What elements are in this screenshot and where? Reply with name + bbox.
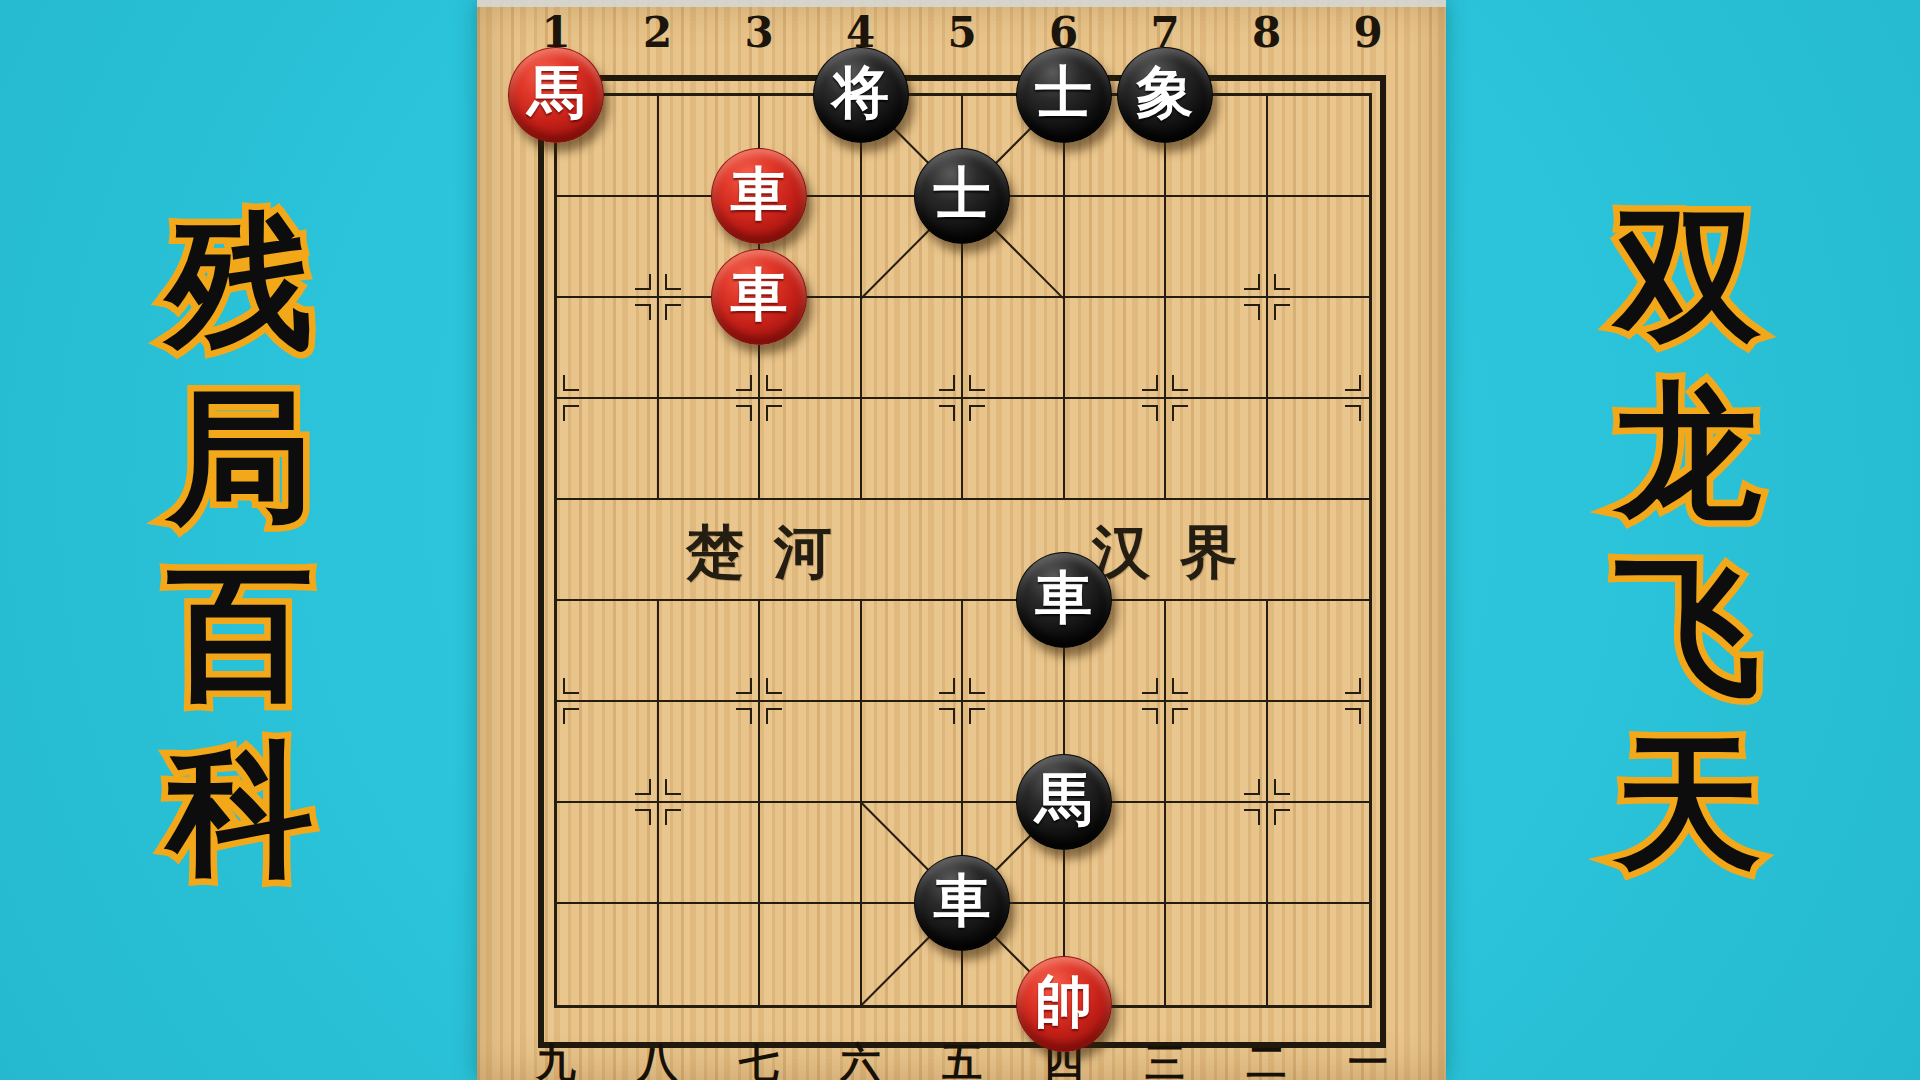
board-cell [760,904,862,1005]
position-mark [766,678,782,694]
piece-red-general[interactable]: 帥 [1016,956,1112,1052]
char-fill: 双 [1606,200,1770,350]
piece-glyph: 車 [934,863,991,940]
char-fill: 局 [158,382,322,532]
position-mark [766,375,782,391]
board-cell [1065,197,1167,298]
title-right: 双双龙龙飞飞天天 [1606,200,1770,878]
piece-black-chariot[interactable]: 車 [1016,552,1112,648]
file-label-top: 8 [1252,12,1281,54]
position-mark [1142,708,1158,724]
piece-black-chariot[interactable]: 車 [914,855,1010,951]
char-fill: 残 [158,206,322,356]
file-label-top: 9 [1353,12,1382,54]
piece-glyph: 車 [1035,560,1092,637]
river-label-han-jie: 汉界 [1092,514,1238,592]
river-char: 界 [1180,514,1238,592]
position-mark [939,708,955,724]
position-mark [1172,708,1188,724]
piece-black-advisor[interactable]: 士 [1016,47,1112,143]
title-left: 残残局局百百科科 [158,206,322,884]
position-mark [563,678,579,694]
board-cell [1268,96,1370,197]
position-mark [1142,375,1158,391]
position-mark [1345,708,1361,724]
position-mark [969,405,985,421]
file-label-top: 3 [744,12,773,54]
piece-glyph: 象 [1137,55,1194,132]
title-right-char: 飞飞 [1606,552,1770,702]
piece-glyph: 馬 [1035,762,1092,839]
position-mark [1274,274,1290,290]
title-left-char: 百百 [158,558,322,708]
board-cell [557,500,659,601]
piece-black-advisor[interactable]: 士 [914,148,1010,244]
file-label-bottom: 六 [841,1042,881,1080]
board-cell [1268,904,1370,1005]
piece-black-elephant[interactable]: 象 [1117,47,1213,143]
piece-glyph: 車 [731,156,788,233]
piece-glyph: 士 [1035,55,1092,132]
position-mark [635,304,651,320]
position-mark [939,405,955,421]
file-label-bottom: 七 [739,1042,779,1080]
position-mark [766,708,782,724]
river-label-chu-he: 楚河 [686,514,832,592]
position-mark [563,405,579,421]
position-mark [1274,809,1290,825]
position-mark [969,678,985,694]
board-cell [1268,500,1370,601]
position-mark [563,708,579,724]
position-mark [1274,779,1290,795]
position-mark [1345,375,1361,391]
title-right-char: 双双 [1606,200,1770,350]
panel-top-edge [477,0,1446,7]
position-mark [665,779,681,795]
position-mark [736,678,752,694]
position-mark [969,708,985,724]
title-right-char: 龙龙 [1606,376,1770,526]
title-left-char: 科科 [158,734,322,884]
title-left-char: 残残 [158,206,322,356]
position-mark [1244,779,1260,795]
file-label-top: 5 [947,12,976,54]
position-mark [1142,405,1158,421]
position-mark [1172,405,1188,421]
piece-black-general[interactable]: 将 [813,47,909,143]
position-mark [665,809,681,825]
piece-red-horse[interactable]: 馬 [508,47,604,143]
board-cell [760,803,862,904]
char-fill: 百 [158,558,322,708]
position-mark [1244,809,1260,825]
river-char: 楚 [686,514,744,592]
char-fill: 天 [1606,728,1770,878]
file-label-bottom: 三 [1145,1042,1185,1080]
position-mark [969,375,985,391]
title-left-char: 局局 [158,382,322,532]
position-mark [1172,375,1188,391]
piece-glyph: 車 [731,257,788,334]
piece-glyph: 馬 [528,55,585,132]
position-mark [635,274,651,290]
piece-red-chariot[interactable]: 車 [711,148,807,244]
position-mark [1142,678,1158,694]
title-right-char: 天天 [1606,728,1770,878]
piece-glyph: 帥 [1035,964,1092,1041]
board-cell [659,904,761,1005]
file-label-bottom: 一 [1348,1042,1388,1080]
file-label-bottom: 五 [942,1042,982,1080]
piece-black-horse[interactable]: 馬 [1016,754,1112,850]
river-char: 河 [774,514,832,592]
position-mark [563,375,579,391]
position-mark [1345,678,1361,694]
position-mark [736,708,752,724]
file-label-bottom: 八 [638,1042,678,1080]
position-mark [635,809,651,825]
piece-red-chariot[interactable]: 車 [711,249,807,345]
board-cell [1166,904,1268,1005]
piece-glyph: 将 [832,55,889,132]
position-mark [665,274,681,290]
position-mark [736,405,752,421]
board-cell [862,500,964,601]
position-mark [736,375,752,391]
position-mark [1244,274,1260,290]
file-label-bottom: 九 [536,1042,576,1080]
char-fill: 飞 [1606,552,1770,702]
position-mark [635,779,651,795]
position-mark [1172,678,1188,694]
file-label-top: 2 [643,12,672,54]
position-mark [1345,405,1361,421]
position-mark [1274,304,1290,320]
position-mark [1244,304,1260,320]
char-fill: 科 [158,734,322,884]
position-mark [665,304,681,320]
piece-glyph: 士 [934,156,991,233]
file-label-bottom: 二 [1247,1042,1287,1080]
char-fill: 龙 [1606,376,1770,526]
position-mark [766,405,782,421]
position-mark [939,678,955,694]
board-cell [557,904,659,1005]
position-mark [939,375,955,391]
